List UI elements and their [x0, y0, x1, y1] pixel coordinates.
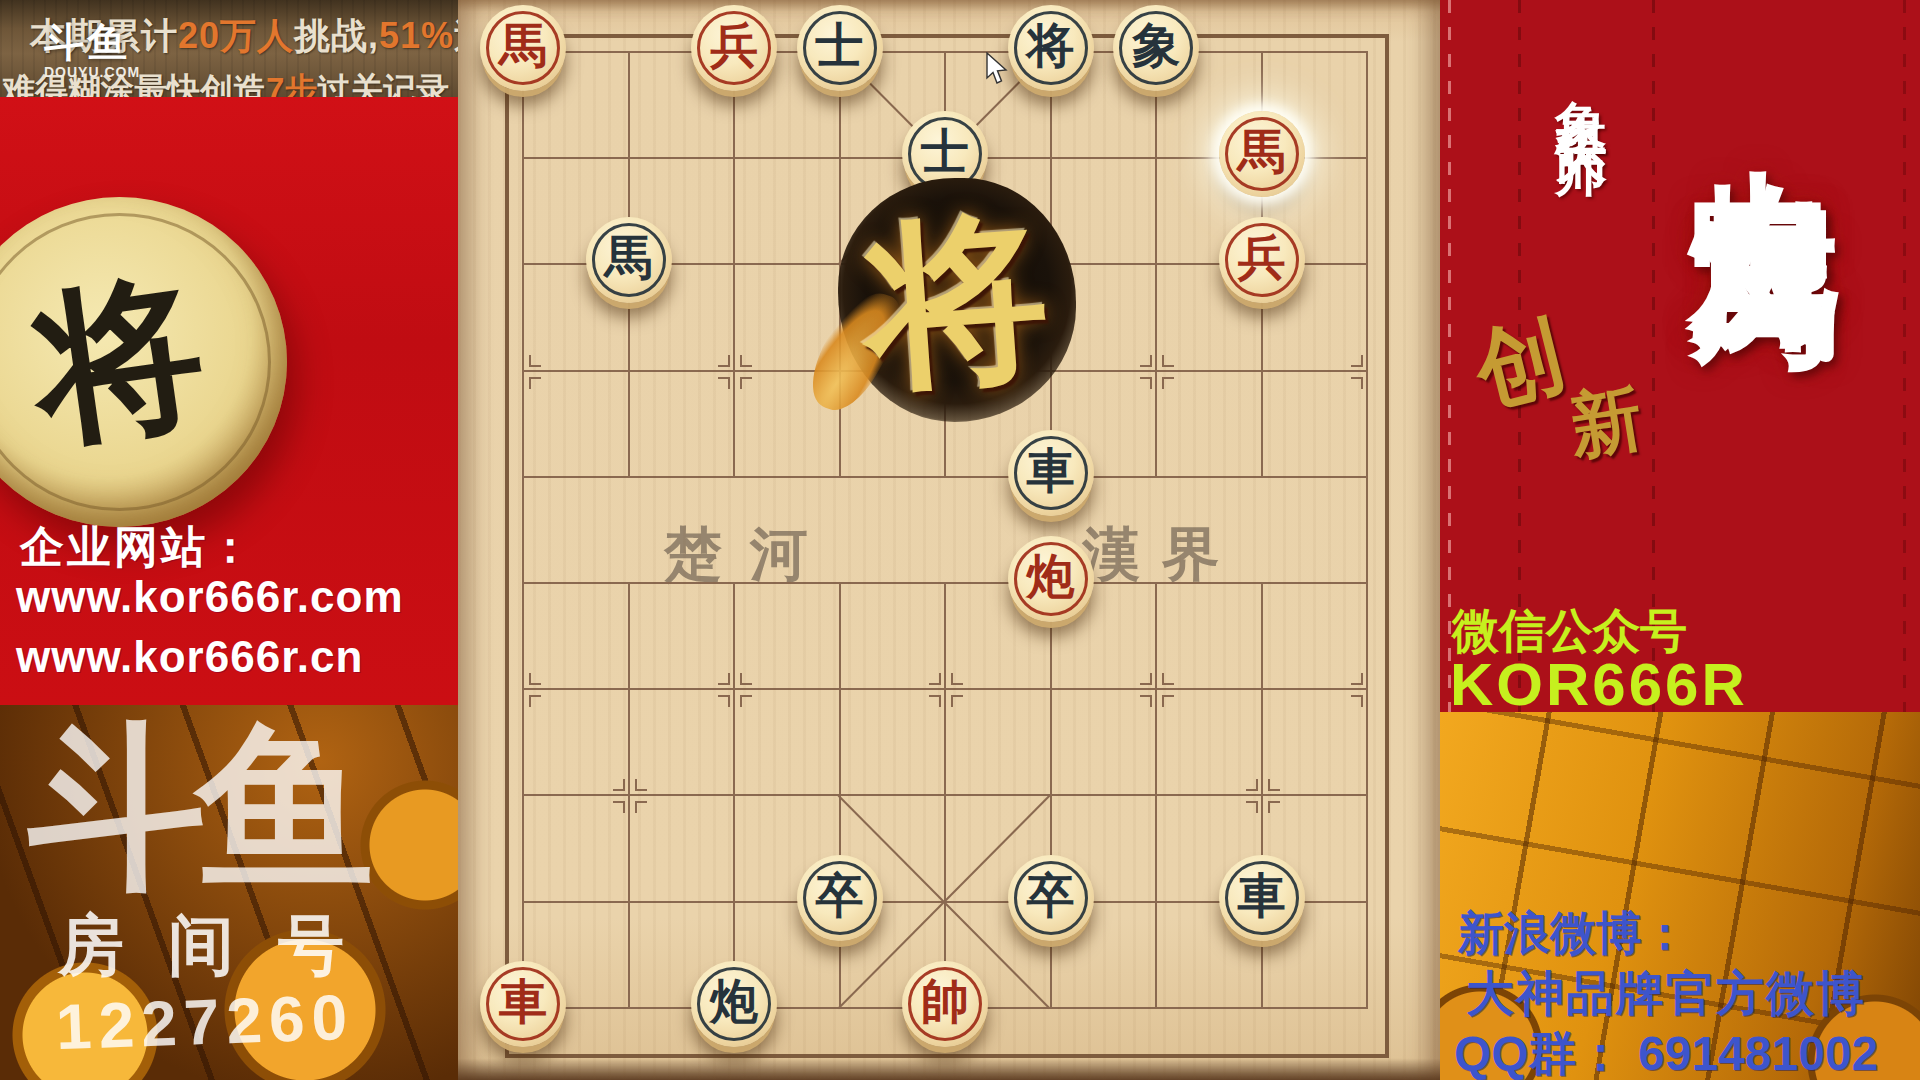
piece-black-馬[interactable]: 馬	[586, 217, 672, 303]
headline-segment: 20万人	[178, 15, 294, 56]
piece-glyph: 士	[921, 120, 969, 184]
point-marker	[1140, 377, 1152, 389]
piece-black-象[interactable]: 象	[1113, 5, 1199, 91]
grid-line-v	[1155, 51, 1157, 478]
main-title-vertical: 中炮对屏风马	[1683, 48, 1848, 138]
room-label: 房间号	[58, 901, 388, 991]
point-marker	[951, 673, 963, 685]
point-marker	[635, 779, 647, 791]
grid-line-v	[944, 582, 946, 1009]
piece-black-卒[interactable]: 卒	[1008, 855, 1094, 941]
headline-segment: 51%	[379, 15, 454, 56]
douyu-watermark-logo: 斗鱼	[28, 719, 364, 897]
piece-glyph: 象	[1132, 14, 1180, 78]
headline-segment: 7步	[266, 71, 317, 97]
piece-glyph: 卒	[1027, 864, 1075, 928]
point-marker	[718, 355, 730, 367]
douyu-logo: 斗鱼 DOUYU.COM	[44, 22, 140, 79]
piece-glyph: 兵	[710, 14, 758, 78]
piece-glyph: 馬	[1238, 120, 1286, 184]
piece-black-卒[interactable]: 卒	[797, 855, 883, 941]
decorative-general-piece-photo: 将	[0, 197, 287, 527]
douyu-logo-text: 斗鱼	[44, 22, 140, 62]
piece-black-車[interactable]: 車	[1219, 855, 1305, 941]
point-marker	[1351, 695, 1363, 707]
point-marker	[1246, 779, 1258, 791]
point-marker	[529, 355, 541, 367]
left-ad-panel: 本期累计20万人挑战,51%过关 难得糊涂最快创造7步过关记录 斗鱼 DOUYU…	[0, 0, 458, 1080]
wechat-id: KOR666R	[1450, 650, 1748, 719]
badge-char-chuang: 创	[1467, 309, 1574, 416]
point-marker	[1162, 673, 1174, 685]
decorative-general-char: 将	[0, 175, 308, 548]
piece-glyph: 士	[816, 14, 864, 78]
point-marker	[1140, 355, 1152, 367]
piece-black-車[interactable]: 車	[1008, 430, 1094, 516]
piece-black-士[interactable]: 士	[797, 5, 883, 91]
piece-glyph: 兵	[1238, 226, 1286, 290]
point-marker	[740, 355, 752, 367]
dashed-pinstripe	[1903, 0, 1906, 712]
point-marker	[1162, 377, 1174, 389]
piece-red-車[interactable]: 車	[480, 961, 566, 1047]
weibo-name: 大神品牌官方微博	[1466, 962, 1866, 1026]
mouse-cursor	[985, 52, 1011, 86]
piece-glyph: 卒	[816, 864, 864, 928]
piece-red-兵[interactable]: 兵	[691, 5, 777, 91]
piece-red-兵[interactable]: 兵	[1219, 217, 1305, 303]
point-marker	[635, 801, 647, 813]
xiangqi-board[interactable]: 楚河 漢界 将 馬兵士将象士馬馬兵車炮卒卒車車炮帥	[458, 0, 1440, 1080]
grid-line-v	[1155, 582, 1157, 1009]
point-marker	[718, 673, 730, 685]
piece-black-将[interactable]: 将	[1008, 5, 1094, 91]
piece-glyph: 車	[499, 970, 547, 1034]
headline-segment: 过关	[454, 15, 458, 56]
qq-group-line: QQ群： 691481002	[1454, 1022, 1878, 1080]
room-number: 1227260	[55, 980, 356, 1064]
screenshot-stage: 本期累计20万人挑战,51%过关 难得糊涂最快创造7步过关记录 斗鱼 DOUYU…	[0, 0, 1920, 1080]
point-marker	[613, 801, 625, 813]
piece-glyph: 車	[1238, 864, 1286, 928]
grid-line-v	[1366, 51, 1368, 1009]
piece-red-馬[interactable]: 馬	[480, 5, 566, 91]
point-marker	[1268, 801, 1280, 813]
website-url-com: www.kor666r.com	[16, 572, 404, 622]
piece-glyph: 炮	[710, 970, 758, 1034]
point-marker	[1162, 695, 1174, 707]
point-marker	[613, 779, 625, 791]
series-title-vertical: 象棋大师	[1552, 58, 1609, 122]
check-banner-char: 将	[860, 203, 1054, 397]
point-marker	[1351, 673, 1363, 685]
piece-red-炮[interactable]: 炮	[1008, 536, 1094, 622]
point-marker	[1140, 695, 1152, 707]
point-marker	[529, 695, 541, 707]
badge-char-xin: 新	[1565, 381, 1647, 463]
point-marker	[718, 377, 730, 389]
grid-line-v	[733, 51, 735, 478]
piece-red-帥[interactable]: 帥	[902, 961, 988, 1047]
piece-glyph: 将	[1027, 14, 1075, 78]
point-marker	[951, 695, 963, 707]
grid-line-v	[628, 582, 630, 1009]
grid-line-v	[522, 51, 524, 1009]
weibo-label: 新浪微博：	[1458, 903, 1688, 965]
grid-line-v	[733, 582, 735, 1009]
point-marker	[929, 695, 941, 707]
stream-headline-banner: 本期累计20万人挑战,51%过关 难得糊涂最快创造7步过关记录 斗鱼 DOUYU…	[0, 0, 458, 97]
dashed-pinstripe	[1448, 0, 1451, 712]
point-marker	[529, 673, 541, 685]
point-marker	[529, 377, 541, 389]
point-marker	[740, 673, 752, 685]
point-marker	[1351, 377, 1363, 389]
point-marker	[929, 673, 941, 685]
right-ad-panel: 象棋大师 创 新 中炮对屏风马 微信公众号 KOR666R 新浪微博： 大神品牌…	[1440, 0, 1920, 1080]
point-marker	[1268, 779, 1280, 791]
point-marker	[1140, 673, 1152, 685]
headline-segment: 挑战,	[294, 15, 379, 56]
point-marker	[718, 695, 730, 707]
headline-segment: 过关记录	[317, 71, 449, 97]
piece-glyph: 帥	[921, 970, 969, 1034]
piece-glyph: 車	[1027, 439, 1075, 503]
piece-glyph: 馬	[499, 14, 547, 78]
qq-label: QQ群：	[1454, 1027, 1625, 1080]
point-marker	[740, 695, 752, 707]
site-label: 企业网站：	[20, 518, 255, 577]
point-marker	[1351, 355, 1363, 367]
douyu-domain-text: DOUYU.COM	[44, 65, 140, 79]
piece-red-馬[interactable]: 馬	[1219, 111, 1305, 197]
check-banner: 将	[838, 178, 1076, 422]
point-marker	[1162, 355, 1174, 367]
point-marker	[1246, 801, 1258, 813]
qq-number: 691481002	[1638, 1027, 1878, 1080]
piece-glyph: 炮	[1027, 545, 1075, 609]
grid-line-v	[1261, 582, 1263, 1009]
piece-black-炮[interactable]: 炮	[691, 961, 777, 1047]
piece-glyph: 馬	[605, 226, 653, 290]
point-marker	[740, 377, 752, 389]
left-bottom-photo: 斗鱼 房间号 1227260	[0, 705, 458, 1080]
website-url-cn: www.kor666r.cn	[16, 632, 363, 682]
